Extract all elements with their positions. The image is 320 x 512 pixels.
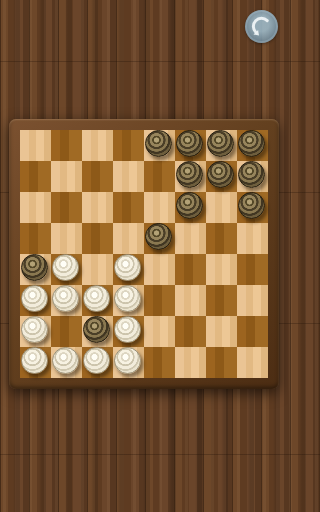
square-r2c5[interactable] bbox=[175, 192, 206, 223]
dark-piece[interactable] bbox=[176, 161, 203, 188]
square-r3c7[interactable] bbox=[237, 223, 268, 254]
square-r2c7[interactable] bbox=[237, 192, 268, 223]
square-r6c0[interactable] bbox=[20, 316, 51, 347]
square-r4c5[interactable] bbox=[175, 254, 206, 285]
dark-piece[interactable] bbox=[207, 161, 234, 188]
white-piece[interactable] bbox=[52, 254, 79, 281]
square-r7c1[interactable] bbox=[51, 347, 82, 378]
dark-piece[interactable] bbox=[207, 130, 234, 157]
square-r1c7[interactable] bbox=[237, 161, 268, 192]
square-r0c5[interactable] bbox=[175, 130, 206, 161]
square-r0c0[interactable] bbox=[20, 130, 51, 161]
square-r1c6[interactable] bbox=[206, 161, 237, 192]
white-piece[interactable] bbox=[21, 316, 48, 343]
square-r5c5[interactable] bbox=[175, 285, 206, 316]
square-r2c3[interactable] bbox=[113, 192, 144, 223]
white-piece[interactable] bbox=[21, 347, 48, 374]
square-r0c6[interactable] bbox=[206, 130, 237, 161]
square-r0c4[interactable] bbox=[144, 130, 175, 161]
square-r6c7[interactable] bbox=[237, 316, 268, 347]
white-piece[interactable] bbox=[52, 347, 79, 374]
white-piece[interactable] bbox=[52, 285, 79, 312]
white-piece[interactable] bbox=[114, 254, 141, 281]
app-screen: { "game": "checkers-dama", "game_descrip… bbox=[0, 0, 288, 512]
square-r1c4[interactable] bbox=[144, 161, 175, 192]
square-r5c4[interactable] bbox=[144, 285, 175, 316]
square-r1c3[interactable] bbox=[113, 161, 144, 192]
dark-piece[interactable] bbox=[145, 223, 172, 250]
dark-piece[interactable] bbox=[176, 130, 203, 157]
square-r1c2[interactable] bbox=[82, 161, 113, 192]
square-r3c1[interactable] bbox=[51, 223, 82, 254]
square-r5c7[interactable] bbox=[237, 285, 268, 316]
square-r7c7[interactable] bbox=[237, 347, 268, 378]
square-r2c0[interactable] bbox=[20, 192, 51, 223]
dark-piece[interactable] bbox=[21, 254, 48, 281]
square-r5c1[interactable] bbox=[51, 285, 82, 316]
square-r2c1[interactable] bbox=[51, 192, 82, 223]
square-r2c2[interactable] bbox=[82, 192, 113, 223]
square-r5c3[interactable] bbox=[113, 285, 144, 316]
square-r3c2[interactable] bbox=[82, 223, 113, 254]
square-r4c2[interactable] bbox=[82, 254, 113, 285]
square-r3c5[interactable] bbox=[175, 223, 206, 254]
square-r3c3[interactable] bbox=[113, 223, 144, 254]
square-r6c1[interactable] bbox=[51, 316, 82, 347]
square-r3c4[interactable] bbox=[144, 223, 175, 254]
checkers-board-frame bbox=[9, 119, 279, 389]
square-r7c6[interactable] bbox=[206, 347, 237, 378]
dark-piece[interactable] bbox=[238, 130, 265, 157]
square-r6c5[interactable] bbox=[175, 316, 206, 347]
square-r5c6[interactable] bbox=[206, 285, 237, 316]
undo-icon bbox=[245, 10, 278, 43]
square-r0c2[interactable] bbox=[82, 130, 113, 161]
dark-piece[interactable] bbox=[145, 130, 172, 157]
square-r6c2[interactable] bbox=[82, 316, 113, 347]
square-r4c1[interactable] bbox=[51, 254, 82, 285]
dark-piece[interactable] bbox=[83, 316, 110, 343]
square-r7c5[interactable] bbox=[175, 347, 206, 378]
square-r0c1[interactable] bbox=[51, 130, 82, 161]
square-r2c6[interactable] bbox=[206, 192, 237, 223]
square-r7c4[interactable] bbox=[144, 347, 175, 378]
undo-button[interactable] bbox=[245, 10, 278, 43]
square-r0c7[interactable] bbox=[237, 130, 268, 161]
white-piece[interactable] bbox=[114, 347, 141, 374]
square-r3c6[interactable] bbox=[206, 223, 237, 254]
square-r7c3[interactable] bbox=[113, 347, 144, 378]
square-r4c0[interactable] bbox=[20, 254, 51, 285]
square-r3c0[interactable] bbox=[20, 223, 51, 254]
square-r4c6[interactable] bbox=[206, 254, 237, 285]
square-r4c3[interactable] bbox=[113, 254, 144, 285]
square-r5c0[interactable] bbox=[20, 285, 51, 316]
square-r0c3[interactable] bbox=[113, 130, 144, 161]
white-piece[interactable] bbox=[114, 285, 141, 312]
dark-piece[interactable] bbox=[176, 192, 203, 219]
square-r6c6[interactable] bbox=[206, 316, 237, 347]
square-r2c4[interactable] bbox=[144, 192, 175, 223]
square-r7c0[interactable] bbox=[20, 347, 51, 378]
square-r4c7[interactable] bbox=[237, 254, 268, 285]
white-piece[interactable] bbox=[83, 347, 110, 374]
square-r1c5[interactable] bbox=[175, 161, 206, 192]
square-r1c1[interactable] bbox=[51, 161, 82, 192]
square-r6c3[interactable] bbox=[113, 316, 144, 347]
white-piece[interactable] bbox=[114, 316, 141, 343]
square-r7c2[interactable] bbox=[82, 347, 113, 378]
white-piece[interactable] bbox=[83, 285, 110, 312]
square-r1c0[interactable] bbox=[20, 161, 51, 192]
white-piece[interactable] bbox=[21, 285, 48, 312]
square-r5c2[interactable] bbox=[82, 285, 113, 316]
dark-piece[interactable] bbox=[238, 161, 265, 188]
square-r6c4[interactable] bbox=[144, 316, 175, 347]
square-r4c4[interactable] bbox=[144, 254, 175, 285]
checkers-board bbox=[20, 130, 268, 378]
dark-piece[interactable] bbox=[238, 192, 265, 219]
